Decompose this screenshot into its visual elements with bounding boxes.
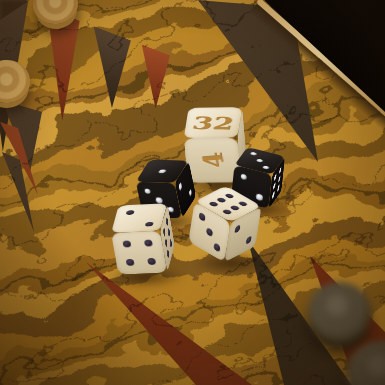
die-pip [179, 182, 182, 191]
die-pip [122, 240, 131, 247]
backgammon-board: 324 [0, 0, 385, 385]
die-pip [125, 210, 134, 215]
die-pip [163, 227, 165, 238]
die-pip [238, 201, 249, 207]
die-pip [158, 169, 166, 173]
die-black-right[interactable] [236, 156, 280, 200]
die-pip [272, 191, 275, 199]
die-pip [240, 173, 247, 180]
die-white-right[interactable] [198, 197, 253, 252]
die-pip [274, 173, 277, 181]
die-pip [262, 165, 270, 169]
die-pip [166, 216, 168, 227]
die-pip [273, 182, 276, 190]
die-face-front [111, 231, 167, 275]
die-pip [199, 212, 206, 222]
die-pip [167, 248, 169, 259]
cube-face-label: 32 [183, 107, 244, 139]
die-face-top [111, 203, 167, 233]
die-pip [246, 236, 252, 245]
die-pip [168, 227, 170, 238]
die-pip [170, 238, 172, 249]
die-pip [144, 222, 153, 227]
die-pip [213, 242, 220, 252]
checker-dark-1[interactable] [308, 282, 371, 341]
die-white-left[interactable] [114, 210, 172, 268]
die-pip [230, 205, 241, 211]
die-face-top: 32 [184, 107, 243, 138]
die-pip [147, 258, 156, 265]
die-pip [126, 259, 135, 266]
die-pip [277, 184, 280, 192]
die-pip [279, 166, 282, 174]
die-pip [234, 224, 240, 233]
die-pip [155, 197, 162, 203]
die-pip [165, 238, 167, 249]
die-pip [224, 193, 235, 199]
die-pip [144, 188, 151, 194]
die-pip [206, 227, 213, 237]
die-pip [216, 197, 227, 203]
die-pip [278, 175, 281, 183]
die-pip [144, 240, 153, 247]
die-pip [256, 194, 263, 201]
die-pip [189, 188, 192, 197]
doubling-cube[interactable]: 324 [186, 116, 245, 175]
die-pip [208, 201, 219, 207]
die-pip [250, 152, 258, 156]
die-pip [222, 209, 233, 215]
die-pip [256, 159, 264, 163]
